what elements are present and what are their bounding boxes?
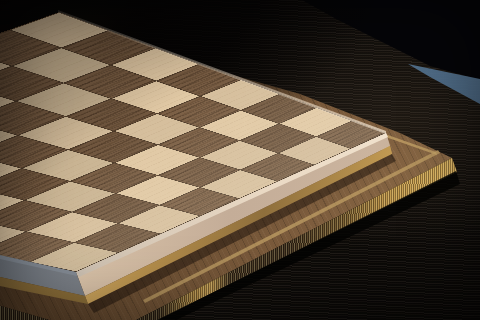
scene-photo: Empty walnut and maple wooden chessboard…: [0, 0, 480, 320]
